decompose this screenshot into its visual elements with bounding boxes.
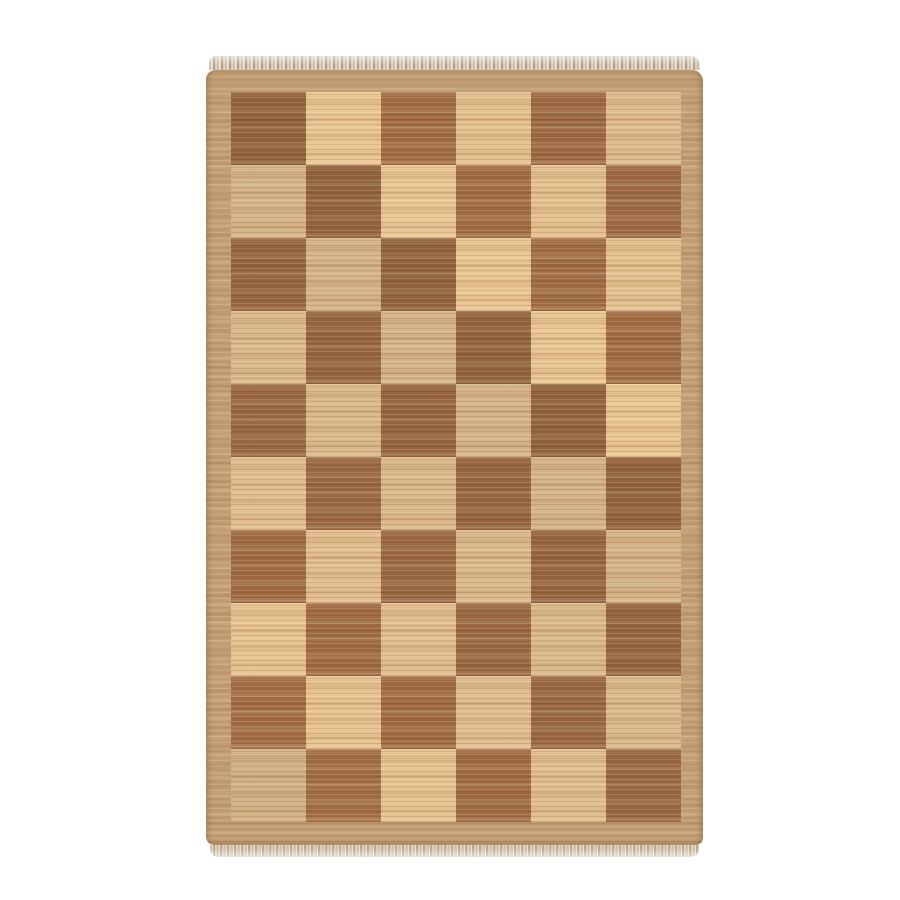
square-r1c2 (306, 92, 381, 165)
square-r1c5 (531, 92, 606, 165)
square-r10c4 (456, 749, 531, 822)
square-r5c2 (306, 384, 381, 457)
square-r9c3 (381, 676, 456, 749)
fringe-bottom (210, 845, 699, 857)
square-r8c1 (231, 603, 306, 676)
square-r9c4 (456, 676, 531, 749)
square-r3c3 (381, 238, 456, 311)
square-r8c5 (531, 603, 606, 676)
square-r4c6 (606, 311, 681, 384)
square-r4c5 (531, 311, 606, 384)
square-r6c2 (306, 457, 381, 530)
square-r7c4 (456, 530, 531, 603)
square-r1c6 (606, 92, 681, 165)
square-r2c3 (381, 165, 456, 238)
square-r8c2 (306, 603, 381, 676)
square-r7c5 (531, 530, 606, 603)
square-r1c4 (456, 92, 531, 165)
square-r2c6 (606, 165, 681, 238)
square-r7c3 (381, 530, 456, 603)
square-r4c3 (381, 311, 456, 384)
fringe-top (209, 56, 700, 70)
square-r2c4 (456, 165, 531, 238)
square-r10c6 (606, 749, 681, 822)
square-r5c5 (531, 384, 606, 457)
square-r2c2 (306, 165, 381, 238)
square-r2c5 (531, 165, 606, 238)
square-r3c5 (531, 238, 606, 311)
square-r4c4 (456, 311, 531, 384)
checkered-rug (206, 56, 703, 857)
square-r6c3 (381, 457, 456, 530)
square-r9c2 (306, 676, 381, 749)
square-r8c3 (381, 603, 456, 676)
square-r5c3 (381, 384, 456, 457)
square-r7c6 (606, 530, 681, 603)
square-r5c6 (606, 384, 681, 457)
square-r3c1 (231, 238, 306, 311)
square-r9c1 (231, 676, 306, 749)
square-r6c6 (606, 457, 681, 530)
square-r6c1 (231, 457, 306, 530)
square-r5c4 (456, 384, 531, 457)
square-r5c1 (231, 384, 306, 457)
square-r10c1 (231, 749, 306, 822)
square-r8c4 (456, 603, 531, 676)
square-r9c6 (606, 676, 681, 749)
square-r7c1 (231, 530, 306, 603)
square-r1c1 (231, 92, 306, 165)
square-r10c3 (381, 749, 456, 822)
photo-background (0, 0, 900, 900)
checkerboard (231, 92, 681, 822)
square-r6c4 (456, 457, 531, 530)
square-r7c2 (306, 530, 381, 603)
square-r2c1 (231, 165, 306, 238)
square-r8c6 (606, 603, 681, 676)
square-r10c2 (306, 749, 381, 822)
square-r9c5 (531, 676, 606, 749)
square-r1c3 (381, 92, 456, 165)
square-r3c6 (606, 238, 681, 311)
square-r3c4 (456, 238, 531, 311)
square-r6c5 (531, 457, 606, 530)
rug-border-band (206, 70, 703, 845)
square-r4c1 (231, 311, 306, 384)
square-r3c2 (306, 238, 381, 311)
square-r10c5 (531, 749, 606, 822)
square-r4c2 (306, 311, 381, 384)
